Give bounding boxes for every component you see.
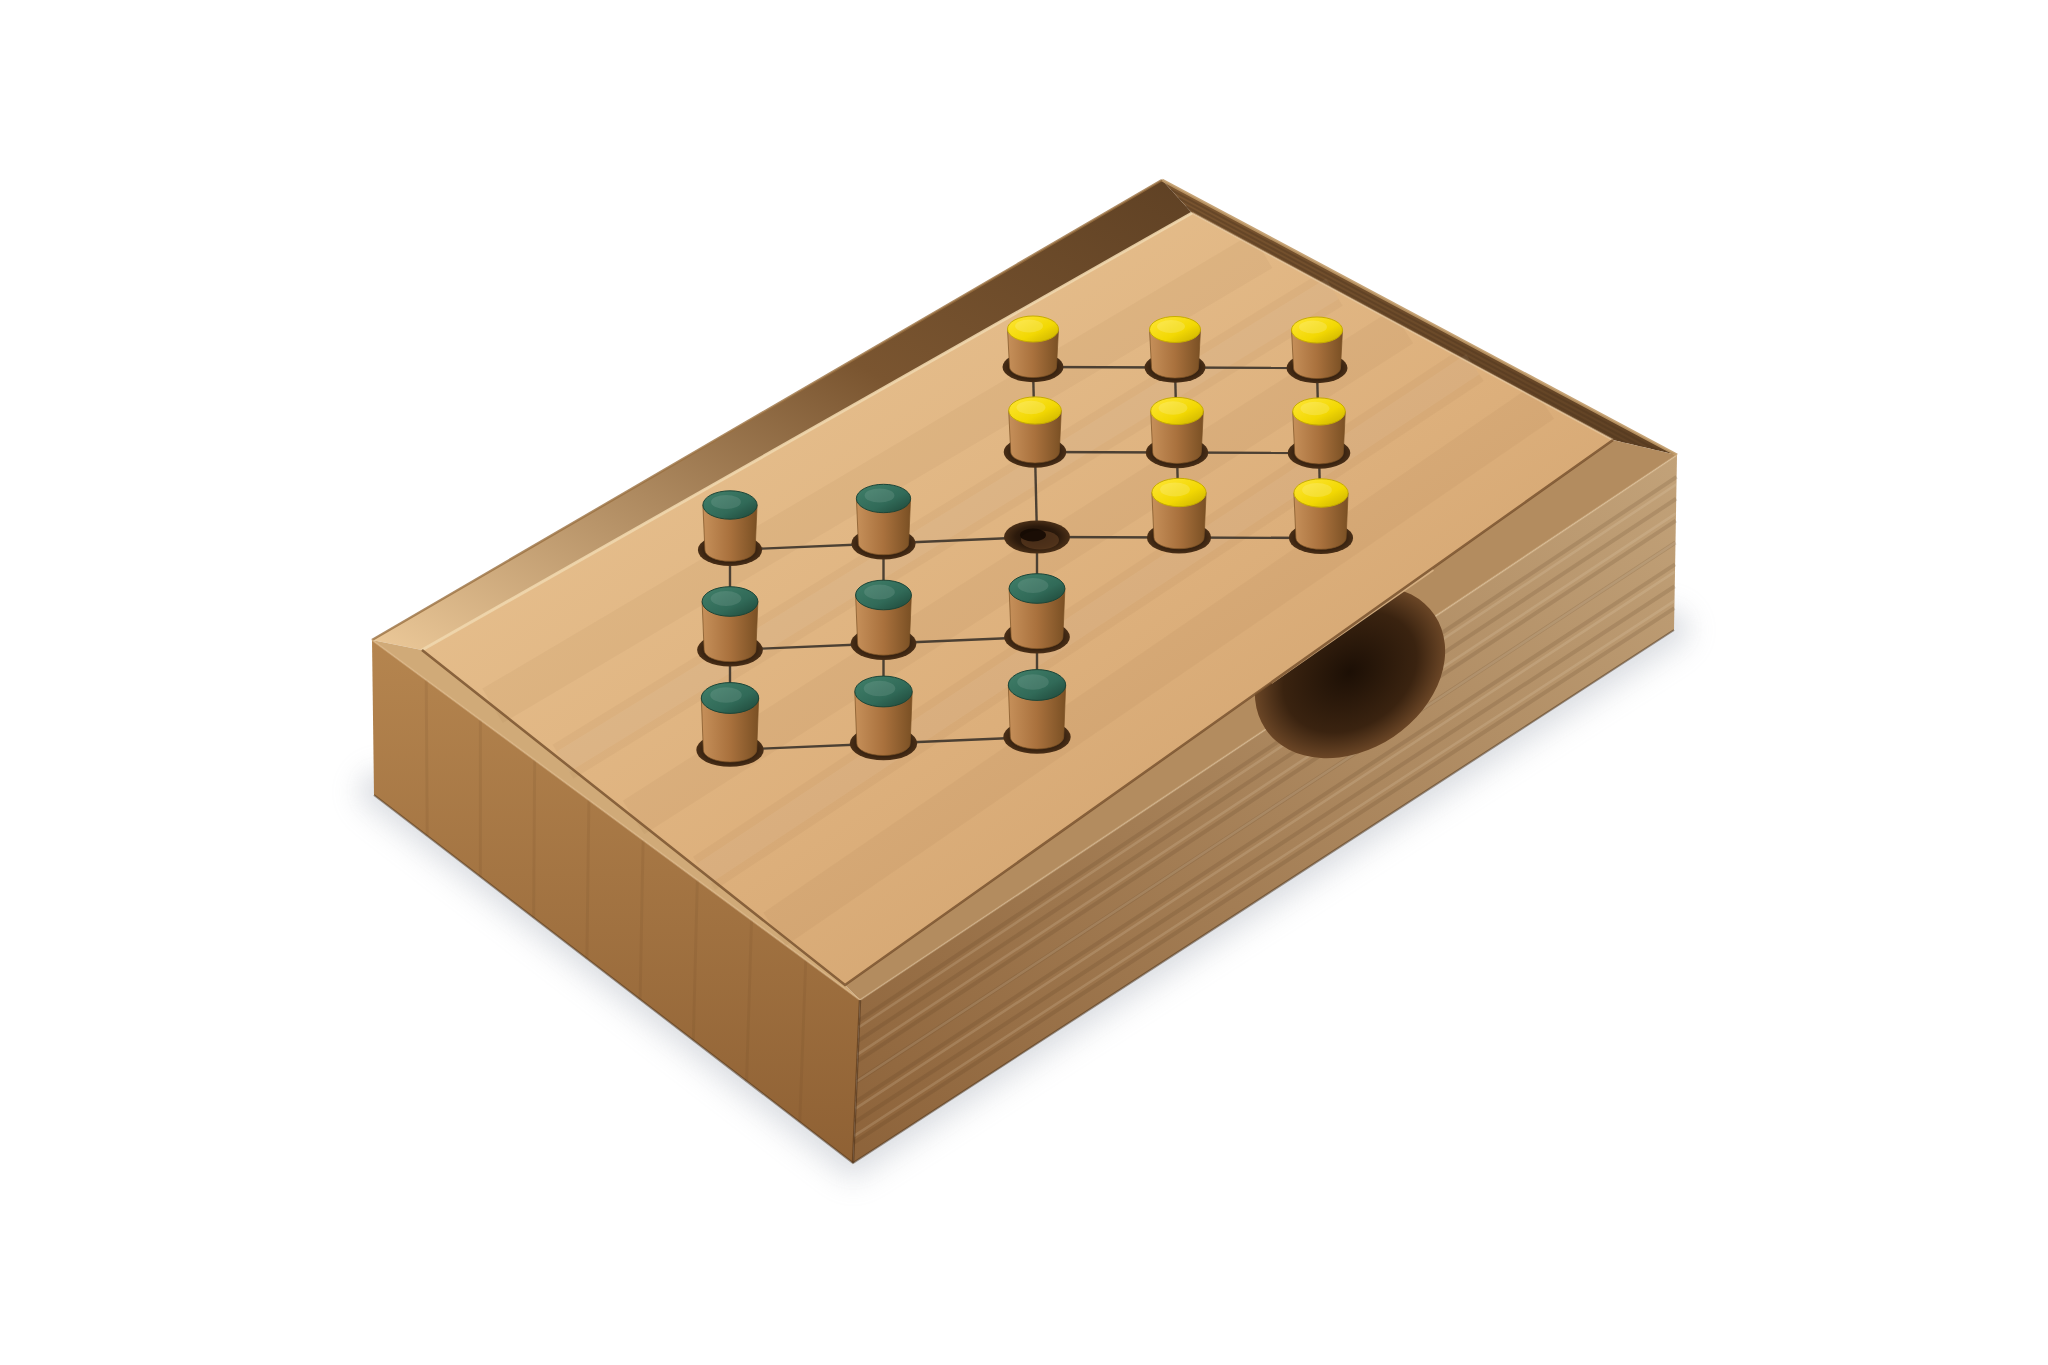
wall-left-grain <box>587 800 589 959</box>
wall-left-grain <box>426 680 427 836</box>
grid-hole-b3[interactable] <box>815 492 964 588</box>
grid-hole-c2[interactable] <box>962 397 1111 493</box>
grid-hole-e3[interactable] <box>1259 483 1408 579</box>
grid-hole-d3[interactable] <box>1111 486 1260 582</box>
grid-hole-a3[interactable] <box>667 495 816 591</box>
grid-hole-b5[interactable] <box>817 677 966 773</box>
grid-hole-e2[interactable] <box>1258 391 1407 487</box>
grid-hole-a4[interactable] <box>668 588 817 684</box>
grid-hole-d1[interactable] <box>1109 301 1258 397</box>
grid-hole-c3[interactable] <box>963 489 1112 585</box>
wall-left-grain <box>534 760 535 918</box>
grid-hole-d2[interactable] <box>1110 394 1259 490</box>
scene <box>0 0 2048 1365</box>
grid-hole-c4[interactable] <box>964 582 1113 678</box>
grid-hole-c1[interactable] <box>961 304 1110 400</box>
grid-hole-b4[interactable] <box>816 585 965 681</box>
grid-hole-e1[interactable] <box>1257 298 1406 394</box>
grid-hole-a5[interactable] <box>669 680 818 776</box>
grid-hole-c5[interactable] <box>965 674 1114 770</box>
